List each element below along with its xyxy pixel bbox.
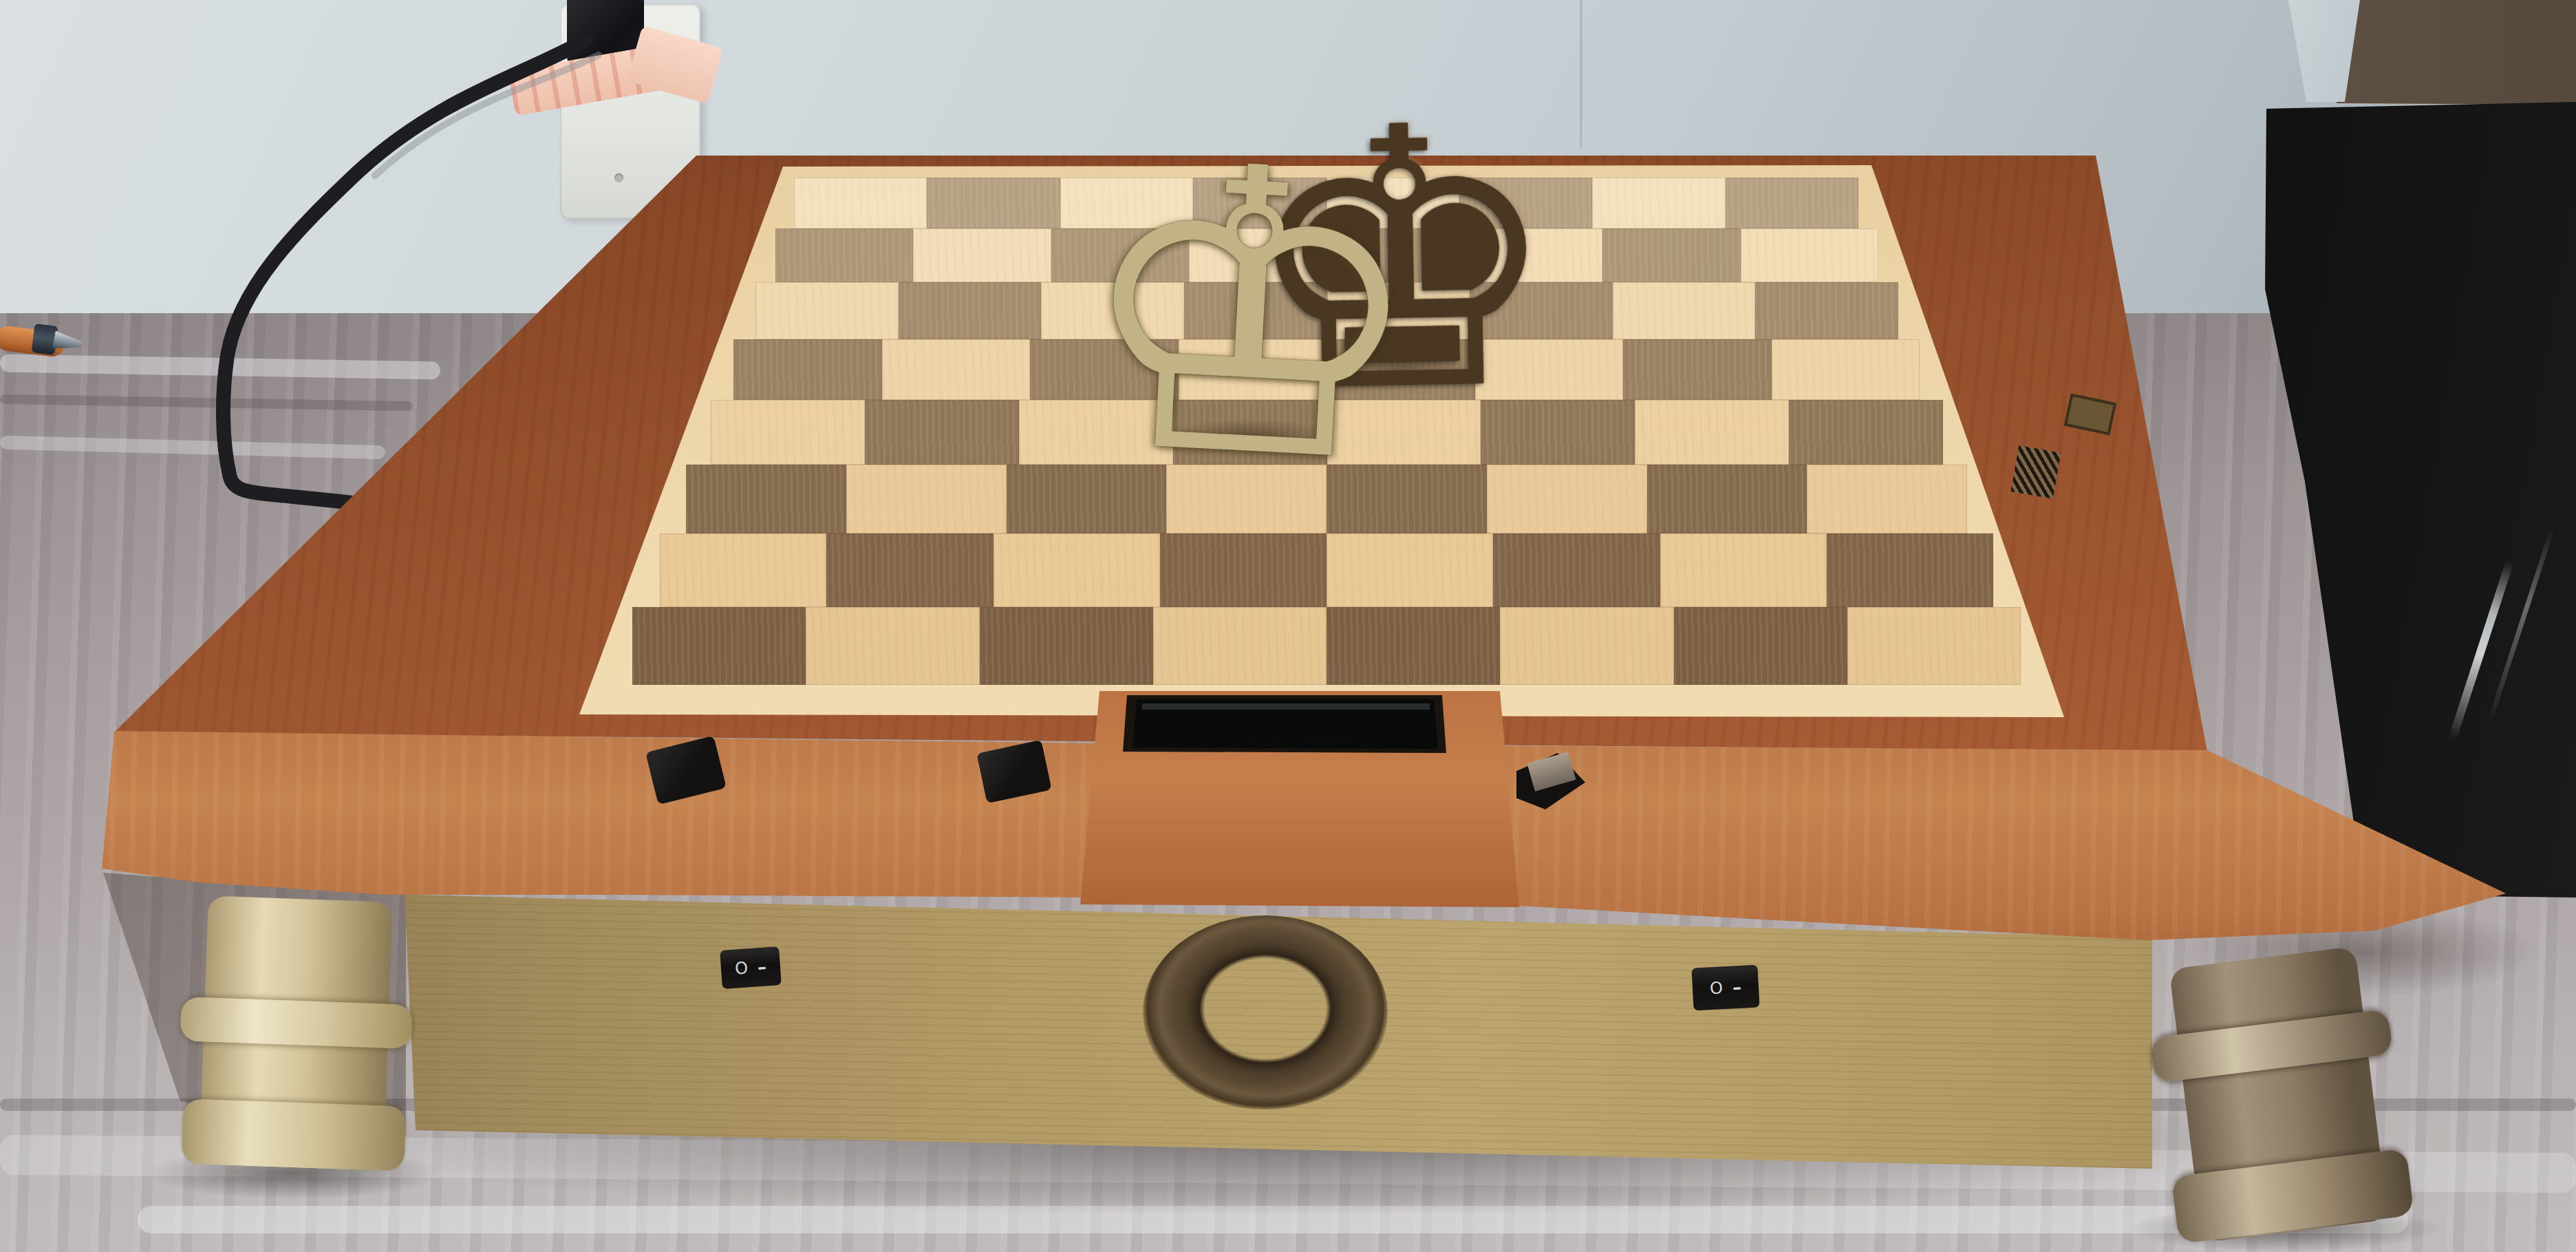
square-h4[interactable] — [1789, 400, 1943, 465]
board-rank-1 — [632, 607, 2021, 685]
square-a3[interactable] — [686, 465, 846, 533]
square-b5[interactable] — [882, 339, 1031, 400]
square-a8[interactable] — [794, 178, 927, 229]
left-leg — [175, 895, 416, 1172]
square-b8[interactable] — [927, 178, 1060, 229]
left-leg-collar — [180, 997, 413, 1049]
square-b3[interactable] — [846, 465, 1007, 533]
rocker-marking-o: O — [734, 958, 749, 978]
left-leg-foot — [181, 1099, 406, 1171]
square-g2[interactable] — [1660, 533, 1827, 607]
square-b1[interactable] — [806, 607, 979, 685]
square-g8[interactable] — [1592, 178, 1725, 229]
square-a6[interactable] — [755, 282, 899, 339]
square-c2[interactable] — [994, 533, 1160, 607]
square-h8[interactable] — [1726, 178, 1858, 229]
power-rocker-switch-right[interactable]: O – — [1691, 965, 1759, 1011]
square-g7[interactable] — [1602, 229, 1740, 282]
square-f3[interactable] — [1487, 465, 1647, 533]
square-a1[interactable] — [632, 607, 806, 685]
square-h3[interactable] — [1807, 465, 1967, 533]
square-c1[interactable] — [980, 607, 1153, 685]
vent-grille — [2011, 445, 2061, 499]
rocker-marking-o: O — [1709, 978, 1723, 998]
square-g5[interactable] — [1623, 339, 1772, 400]
wooden-ring-handle[interactable] — [1143, 915, 1388, 1110]
square-g6[interactable] — [1613, 282, 1756, 339]
square-h6[interactable] — [1755, 282, 1898, 339]
rocker-marking-dash: – — [1732, 977, 1742, 998]
square-a5[interactable] — [733, 339, 882, 400]
power-rocker-switch-left[interactable]: O – — [720, 946, 782, 989]
white-king[interactable]: ♔ — [1064, 110, 1435, 520]
lcd-reflection — [1142, 703, 1430, 710]
square-b6[interactable] — [899, 282, 1042, 339]
square-a4[interactable] — [711, 400, 865, 465]
square-h2[interactable] — [1827, 533, 1993, 607]
square-b4[interactable] — [865, 400, 1019, 465]
square-a7[interactable] — [775, 229, 913, 282]
square-g4[interactable] — [1635, 400, 1789, 465]
right-leg — [2142, 943, 2416, 1246]
square-f2[interactable] — [1493, 533, 1660, 607]
square-d1[interactable] — [1153, 607, 1327, 685]
square-g1[interactable] — [1674, 607, 1847, 685]
square-f1[interactable] — [1500, 607, 1673, 685]
square-h7[interactable] — [1741, 229, 1878, 282]
square-b7[interactable] — [913, 229, 1051, 282]
square-a2[interactable] — [660, 533, 826, 607]
square-h1[interactable] — [1847, 607, 2021, 685]
rocker-marking-dash: – — [757, 956, 767, 977]
square-b2[interactable] — [826, 533, 993, 607]
square-e1[interactable] — [1327, 607, 1500, 685]
square-g3[interactable] — [1647, 465, 1807, 533]
square-h5[interactable] — [1772, 339, 1920, 400]
photo-scene: O – O – ♚ ♔ — [0, 0, 2576, 1252]
